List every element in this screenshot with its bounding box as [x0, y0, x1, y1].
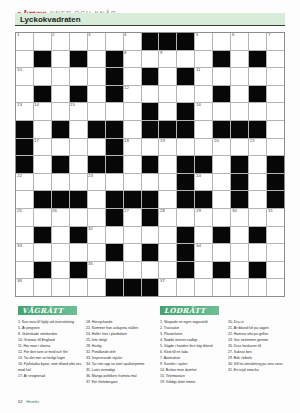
black-cell — [34, 262, 51, 279]
black-cell — [70, 51, 87, 68]
grid-cell[interactable]: 36 — [16, 279, 33, 296]
clue-number: 24 — [196, 174, 201, 178]
down-clues-block: LODRÄTT 1. Skapade en egen sagovärld2. T… — [160, 306, 292, 413]
grid-cell[interactable] — [88, 191, 105, 208]
black-cell — [34, 227, 51, 244]
down-header-badge: LODRÄTT — [160, 306, 219, 315]
magazine-name: Hemliv — [26, 399, 39, 403]
black-cell — [16, 139, 33, 156]
clue-number: 12 — [124, 86, 129, 90]
grid-cell[interactable] — [231, 139, 248, 156]
grid-cell[interactable] — [195, 51, 212, 68]
grid-cell[interactable] — [16, 86, 33, 103]
grid-cell[interactable] — [177, 209, 194, 226]
black-cell — [106, 51, 123, 68]
black-cell — [267, 191, 284, 208]
grid-cell[interactable] — [267, 227, 284, 244]
grid-cell[interactable] — [88, 209, 105, 226]
grid-cell[interactable]: 24 — [195, 174, 212, 191]
grid-cell[interactable] — [88, 244, 105, 261]
grid-cell[interactable] — [106, 227, 123, 244]
grid-cell[interactable] — [106, 174, 123, 191]
grid-cell[interactable]: 14 — [34, 103, 51, 120]
grid-cell[interactable] — [70, 279, 87, 296]
black-cell — [142, 279, 159, 296]
grid-cell[interactable] — [70, 68, 87, 85]
black-cell — [177, 121, 194, 138]
grid-cell[interactable] — [231, 227, 248, 244]
black-cell — [70, 86, 87, 103]
clue-number: 35 — [88, 262, 93, 266]
crossword-grid: 1234567891011121314151617181920212223242… — [16, 33, 284, 296]
black-cell — [177, 244, 194, 261]
grid-cell[interactable]: 23 — [88, 174, 105, 191]
grid-cell[interactable] — [70, 33, 87, 50]
grid-cell[interactable]: 6 — [231, 33, 248, 50]
grid-cell[interactable] — [195, 86, 212, 103]
grid-cell[interactable] — [195, 227, 212, 244]
grid-cell[interactable] — [159, 68, 176, 85]
black-cell — [177, 191, 194, 208]
grid-cell[interactable]: 20 — [213, 139, 230, 156]
grid-cell[interactable] — [124, 156, 141, 173]
grid-cell[interactable] — [159, 174, 176, 191]
grid-cell[interactable] — [34, 244, 51, 261]
grid-cell[interactable]: 4 — [124, 33, 141, 50]
black-cell — [231, 191, 248, 208]
black-cell — [142, 156, 159, 173]
clue-number: 25 — [17, 209, 22, 213]
grid-cell[interactable] — [16, 191, 33, 208]
grid-cell[interactable] — [249, 156, 266, 173]
black-cell — [177, 174, 194, 191]
grid-cell[interactable] — [52, 68, 69, 85]
puzzle-title: Lyckokvadraten — [20, 15, 81, 24]
clue-number: 18 — [124, 139, 129, 143]
grid-cell[interactable]: 34 — [195, 244, 212, 261]
puzzle-title-bar: Lyckokvadraten — [15, 13, 285, 26]
magazine-page: »kryssKNEP OCH KNÅP Lyckokvadraten 12345… — [0, 0, 300, 413]
black-cell — [106, 279, 123, 296]
grid-cell[interactable]: 27 — [124, 209, 141, 226]
black-cell — [52, 121, 69, 138]
black-cell — [142, 121, 159, 138]
grid-cell[interactable] — [142, 227, 159, 244]
grid-cell[interactable] — [159, 244, 176, 261]
grid-cell[interactable] — [142, 86, 159, 103]
black-cell — [249, 262, 266, 279]
grid-cell[interactable]: 13 — [16, 103, 33, 120]
grid-cell[interactable] — [88, 86, 105, 103]
grid-cell[interactable] — [249, 209, 266, 226]
grid-cell[interactable]: 31 — [267, 209, 284, 226]
black-cell — [16, 121, 33, 138]
grid-cell[interactable] — [124, 244, 141, 261]
clue-number: 13 — [17, 103, 22, 107]
black-cell — [106, 121, 123, 138]
grid-cell[interactable] — [267, 121, 284, 138]
clue-number: 8 — [124, 51, 126, 55]
grid-cell[interactable] — [70, 174, 87, 191]
black-cell — [177, 227, 194, 244]
grid-cell[interactable]: 17 — [34, 139, 51, 156]
black-cell — [34, 86, 51, 103]
grid-cell[interactable] — [70, 139, 87, 156]
grid-cell[interactable] — [70, 121, 87, 138]
black-cell — [88, 121, 105, 138]
black-cell — [213, 51, 230, 68]
grid-cell[interactable]: 10 — [16, 68, 33, 85]
clue-number: 16 — [196, 103, 201, 107]
grid-cell[interactable] — [52, 86, 69, 103]
grid-cell[interactable] — [142, 139, 159, 156]
black-cell — [70, 227, 87, 244]
grid-cell[interactable] — [267, 262, 284, 279]
grid-cell[interactable]: 28 — [159, 209, 176, 226]
clue-item: 31. En rejäl smocka — [228, 367, 292, 373]
grid-cell[interactable] — [88, 279, 105, 296]
grid-cell[interactable] — [52, 279, 69, 296]
black-cell — [267, 174, 284, 191]
grid-cell[interactable]: 32 — [88, 227, 105, 244]
grid-cell[interactable] — [249, 174, 266, 191]
grid-cell[interactable] — [267, 68, 284, 85]
down-clue-list-2: 20. Dra ut21. Är ibland fult på vägen22.… — [228, 319, 292, 373]
black-cell — [213, 262, 230, 279]
clue-number: 5 — [196, 33, 198, 37]
black-cell — [177, 156, 194, 173]
black-cell — [34, 191, 51, 208]
grid-cell[interactable]: 16 — [195, 103, 212, 120]
black-cell — [106, 209, 123, 226]
grid-cell[interactable] — [88, 103, 105, 120]
black-cell — [142, 103, 159, 120]
black-cell — [177, 103, 194, 120]
grid-cell[interactable] — [213, 156, 230, 173]
grid-cell[interactable] — [88, 139, 105, 156]
clue-number: 3 — [88, 33, 90, 37]
grid-cell[interactable] — [249, 33, 266, 50]
clue-number: 19 — [160, 139, 165, 143]
clue-number: 21 — [250, 139, 255, 143]
grid-cell[interactable] — [195, 121, 212, 138]
grid-cell[interactable] — [106, 33, 123, 50]
clue-number: 2 — [52, 33, 54, 37]
grid-cell[interactable] — [124, 262, 141, 279]
grid-cell[interactable] — [34, 121, 51, 138]
grid-cell[interactable]: 25 — [16, 209, 33, 226]
black-cell — [177, 262, 194, 279]
clue-number: 14 — [34, 103, 39, 107]
grid-cell[interactable] — [52, 103, 69, 120]
grid-cell[interactable] — [231, 244, 248, 261]
grid-cell[interactable] — [159, 227, 176, 244]
black-cell — [231, 156, 248, 173]
black-cell — [159, 121, 176, 138]
grid-cell[interactable] — [124, 68, 141, 85]
black-cell — [106, 86, 123, 103]
black-cell — [124, 279, 141, 296]
black-cell — [142, 33, 159, 50]
grid-cell[interactable] — [267, 279, 284, 296]
grid-cell[interactable] — [52, 51, 69, 68]
grid-cell[interactable]: 12 — [124, 86, 141, 103]
down-columns: 1. Skapade en egen sagovärld2. Trässaker… — [160, 319, 292, 413]
black-cell — [70, 191, 87, 208]
grid-cell[interactable] — [124, 103, 141, 120]
black-cell — [52, 156, 69, 173]
grid-cell[interactable]: 26 — [52, 209, 69, 226]
black-cell — [267, 156, 284, 173]
grid-cell[interactable] — [142, 174, 159, 191]
clue-number: 36 — [17, 279, 22, 283]
grid-cell[interactable]: 29 — [195, 209, 212, 226]
black-cell — [106, 68, 123, 85]
black-cell — [106, 244, 123, 261]
grid-cell[interactable] — [159, 86, 176, 103]
grid-cell[interactable] — [177, 51, 194, 68]
grid-cell[interactable] — [249, 191, 266, 208]
grid-cell[interactable]: 35 — [88, 262, 105, 279]
grid-cell[interactable] — [106, 103, 123, 120]
clue-item: 37. För Göteborgare — [86, 379, 150, 385]
black-cell — [195, 156, 212, 173]
across-clues-block: VÅGRÄTT 1. Kan vara till hjälp vid övers… — [18, 306, 154, 413]
black-cell — [249, 121, 266, 138]
clue-number: 31 — [268, 209, 273, 213]
clue-number: 7 — [268, 33, 270, 37]
grid-cell[interactable] — [159, 103, 176, 120]
grid-cell[interactable] — [231, 51, 248, 68]
clue-number: 30 — [232, 209, 237, 213]
black-cell — [106, 191, 123, 208]
grid-cell[interactable] — [34, 68, 51, 85]
grid-cell[interactable] — [124, 121, 141, 138]
page-number: 52 — [18, 399, 23, 403]
crossword-grid-frame: 1234567891011121314151617181920212223242… — [15, 32, 285, 297]
clue-number: 33 — [17, 244, 22, 248]
grid-cell[interactable] — [249, 279, 266, 296]
grid-cell[interactable] — [267, 103, 284, 120]
page-footer: 52Hemliv — [18, 399, 39, 403]
black-cell — [159, 33, 176, 50]
clue-number: 23 — [88, 174, 93, 178]
grid-cell[interactable] — [106, 262, 123, 279]
black-cell — [16, 156, 33, 173]
clue-number: 32 — [88, 227, 93, 231]
black-cell — [52, 191, 69, 208]
clue-number: 9 — [160, 51, 162, 55]
grid-cell[interactable] — [213, 68, 230, 85]
black-cell — [70, 262, 87, 279]
clue-number: 28 — [160, 209, 165, 213]
grid-cell[interactable] — [177, 139, 194, 156]
grid-cell[interactable] — [249, 103, 266, 120]
grid-cell[interactable] — [34, 209, 51, 226]
clue-item: 17. Är resignerad — [18, 373, 82, 379]
grid-cell[interactable]: 3 — [88, 33, 105, 50]
black-cell — [106, 156, 123, 173]
grid-cell[interactable]: 7 — [267, 33, 284, 50]
grid-cell[interactable]: 19 — [159, 139, 176, 156]
grid-cell[interactable]: 21 — [249, 139, 266, 156]
black-cell — [177, 68, 194, 85]
grid-cell[interactable] — [213, 191, 230, 208]
grid-cell[interactable] — [231, 68, 248, 85]
grid-cell[interactable] — [52, 244, 69, 261]
grid-cell[interactable] — [52, 174, 69, 191]
clue-number: 15 — [70, 103, 75, 107]
grid-cell[interactable] — [159, 191, 176, 208]
grid-cell[interactable]: 9 — [159, 51, 176, 68]
grid-cell[interactable] — [142, 51, 159, 68]
grid-cell[interactable]: 30 — [231, 209, 248, 226]
grid-cell[interactable] — [34, 279, 51, 296]
black-cell — [124, 191, 141, 208]
grid-cell[interactable] — [16, 262, 33, 279]
clue-number: 22 — [17, 174, 22, 178]
clue-number: 26 — [52, 209, 57, 213]
black-cell — [142, 191, 159, 208]
black-cell — [213, 227, 230, 244]
grid-cell[interactable]: 1 — [16, 33, 33, 50]
clue-number: 17 — [34, 139, 39, 143]
black-cell — [142, 209, 159, 226]
black-cell — [142, 68, 159, 85]
grid-cell[interactable] — [34, 33, 51, 50]
grid-cell[interactable] — [249, 68, 266, 85]
grid-cell[interactable] — [213, 174, 230, 191]
clue-number: 20 — [214, 139, 219, 143]
clue-number: 37 — [160, 279, 165, 283]
clue-number: 29 — [196, 209, 201, 213]
black-cell — [249, 86, 266, 103]
grid-cell[interactable] — [231, 103, 248, 120]
grid-cell[interactable] — [124, 227, 141, 244]
black-cell — [213, 121, 230, 138]
grid-cell[interactable] — [70, 209, 87, 226]
grid-cell[interactable] — [213, 103, 230, 120]
grid-cell[interactable] — [124, 174, 141, 191]
black-cell — [34, 51, 51, 68]
grid-cell[interactable] — [195, 279, 212, 296]
grid-cell[interactable]: 22 — [16, 174, 33, 191]
black-cell — [177, 33, 194, 50]
grid-cell[interactable] — [159, 156, 176, 173]
grid-cell[interactable] — [231, 279, 248, 296]
grid-cell[interactable] — [70, 244, 87, 261]
grid-cell[interactable] — [213, 33, 230, 50]
grid-cell[interactable] — [267, 86, 284, 103]
across-clue-list-2: 18. Hänryckande22. Kommer från avlägsna … — [86, 319, 150, 385]
grid-cell[interactable] — [267, 244, 284, 261]
grid-cell[interactable]: 33 — [16, 244, 33, 261]
across-header-badge: VÅGRÄTT — [18, 306, 77, 315]
grid-cell[interactable] — [195, 139, 212, 156]
grid-cell[interactable] — [195, 262, 212, 279]
grid-cell[interactable] — [52, 227, 69, 244]
grid-cell[interactable]: 2 — [52, 33, 69, 50]
clue-number: 1 — [17, 33, 19, 37]
black-cell — [231, 121, 248, 138]
grid-cell[interactable] — [213, 209, 230, 226]
black-cell — [88, 156, 105, 173]
grid-cell[interactable] — [249, 244, 266, 261]
black-cell — [106, 139, 123, 156]
across-clue-list-1: 1. Kan vara till hjälp vid översättning5… — [18, 319, 82, 379]
grid-cell[interactable]: 11 — [195, 68, 212, 85]
grid-cell[interactable] — [231, 262, 248, 279]
grid-cell[interactable] — [34, 174, 51, 191]
down-clue-list-1: 1. Skapade en egen sagovärld2. Trässaker… — [160, 319, 224, 385]
grid-cell[interactable] — [177, 279, 194, 296]
black-cell — [249, 51, 266, 68]
clue-item: 19. Väldigt skön timme — [160, 379, 224, 385]
grid-cell[interactable] — [88, 68, 105, 85]
grid-cell[interactable]: 8 — [124, 51, 141, 68]
grid-cell[interactable] — [213, 279, 230, 296]
clue-number: 11 — [196, 68, 201, 72]
clue-number: 6 — [232, 33, 234, 37]
grid-cell[interactable] — [159, 262, 176, 279]
clue-number: 10 — [17, 68, 22, 72]
grid-cell[interactable] — [231, 86, 248, 103]
black-cell — [213, 86, 230, 103]
black-cell — [249, 227, 266, 244]
grid-cell[interactable] — [52, 139, 69, 156]
grid-cell[interactable] — [267, 51, 284, 68]
grid-cell[interactable] — [16, 51, 33, 68]
grid-cell[interactable] — [267, 139, 284, 156]
grid-cell[interactable] — [34, 156, 51, 173]
grid-cell[interactable] — [70, 156, 87, 173]
grid-cell[interactable]: 37 — [159, 279, 176, 296]
grid-cell[interactable] — [142, 262, 159, 279]
grid-cell[interactable] — [177, 86, 194, 103]
grid-cell[interactable] — [88, 51, 105, 68]
grid-cell[interactable]: 5 — [195, 33, 212, 50]
black-cell — [142, 244, 159, 261]
clue-item: 16. Fjällstarka byxor, som ibland ofta s… — [18, 361, 82, 373]
clue-number: 34 — [196, 244, 201, 248]
clue-number: 27 — [124, 209, 129, 213]
grid-cell[interactable]: 18 — [124, 139, 141, 156]
clue-number: 4 — [124, 33, 126, 37]
black-cell — [195, 191, 212, 208]
black-cell — [231, 174, 248, 191]
grid-cell[interactable] — [213, 244, 230, 261]
grid-cell[interactable]: 15 — [70, 103, 87, 120]
grid-cell[interactable] — [52, 262, 69, 279]
grid-cell[interactable] — [16, 227, 33, 244]
